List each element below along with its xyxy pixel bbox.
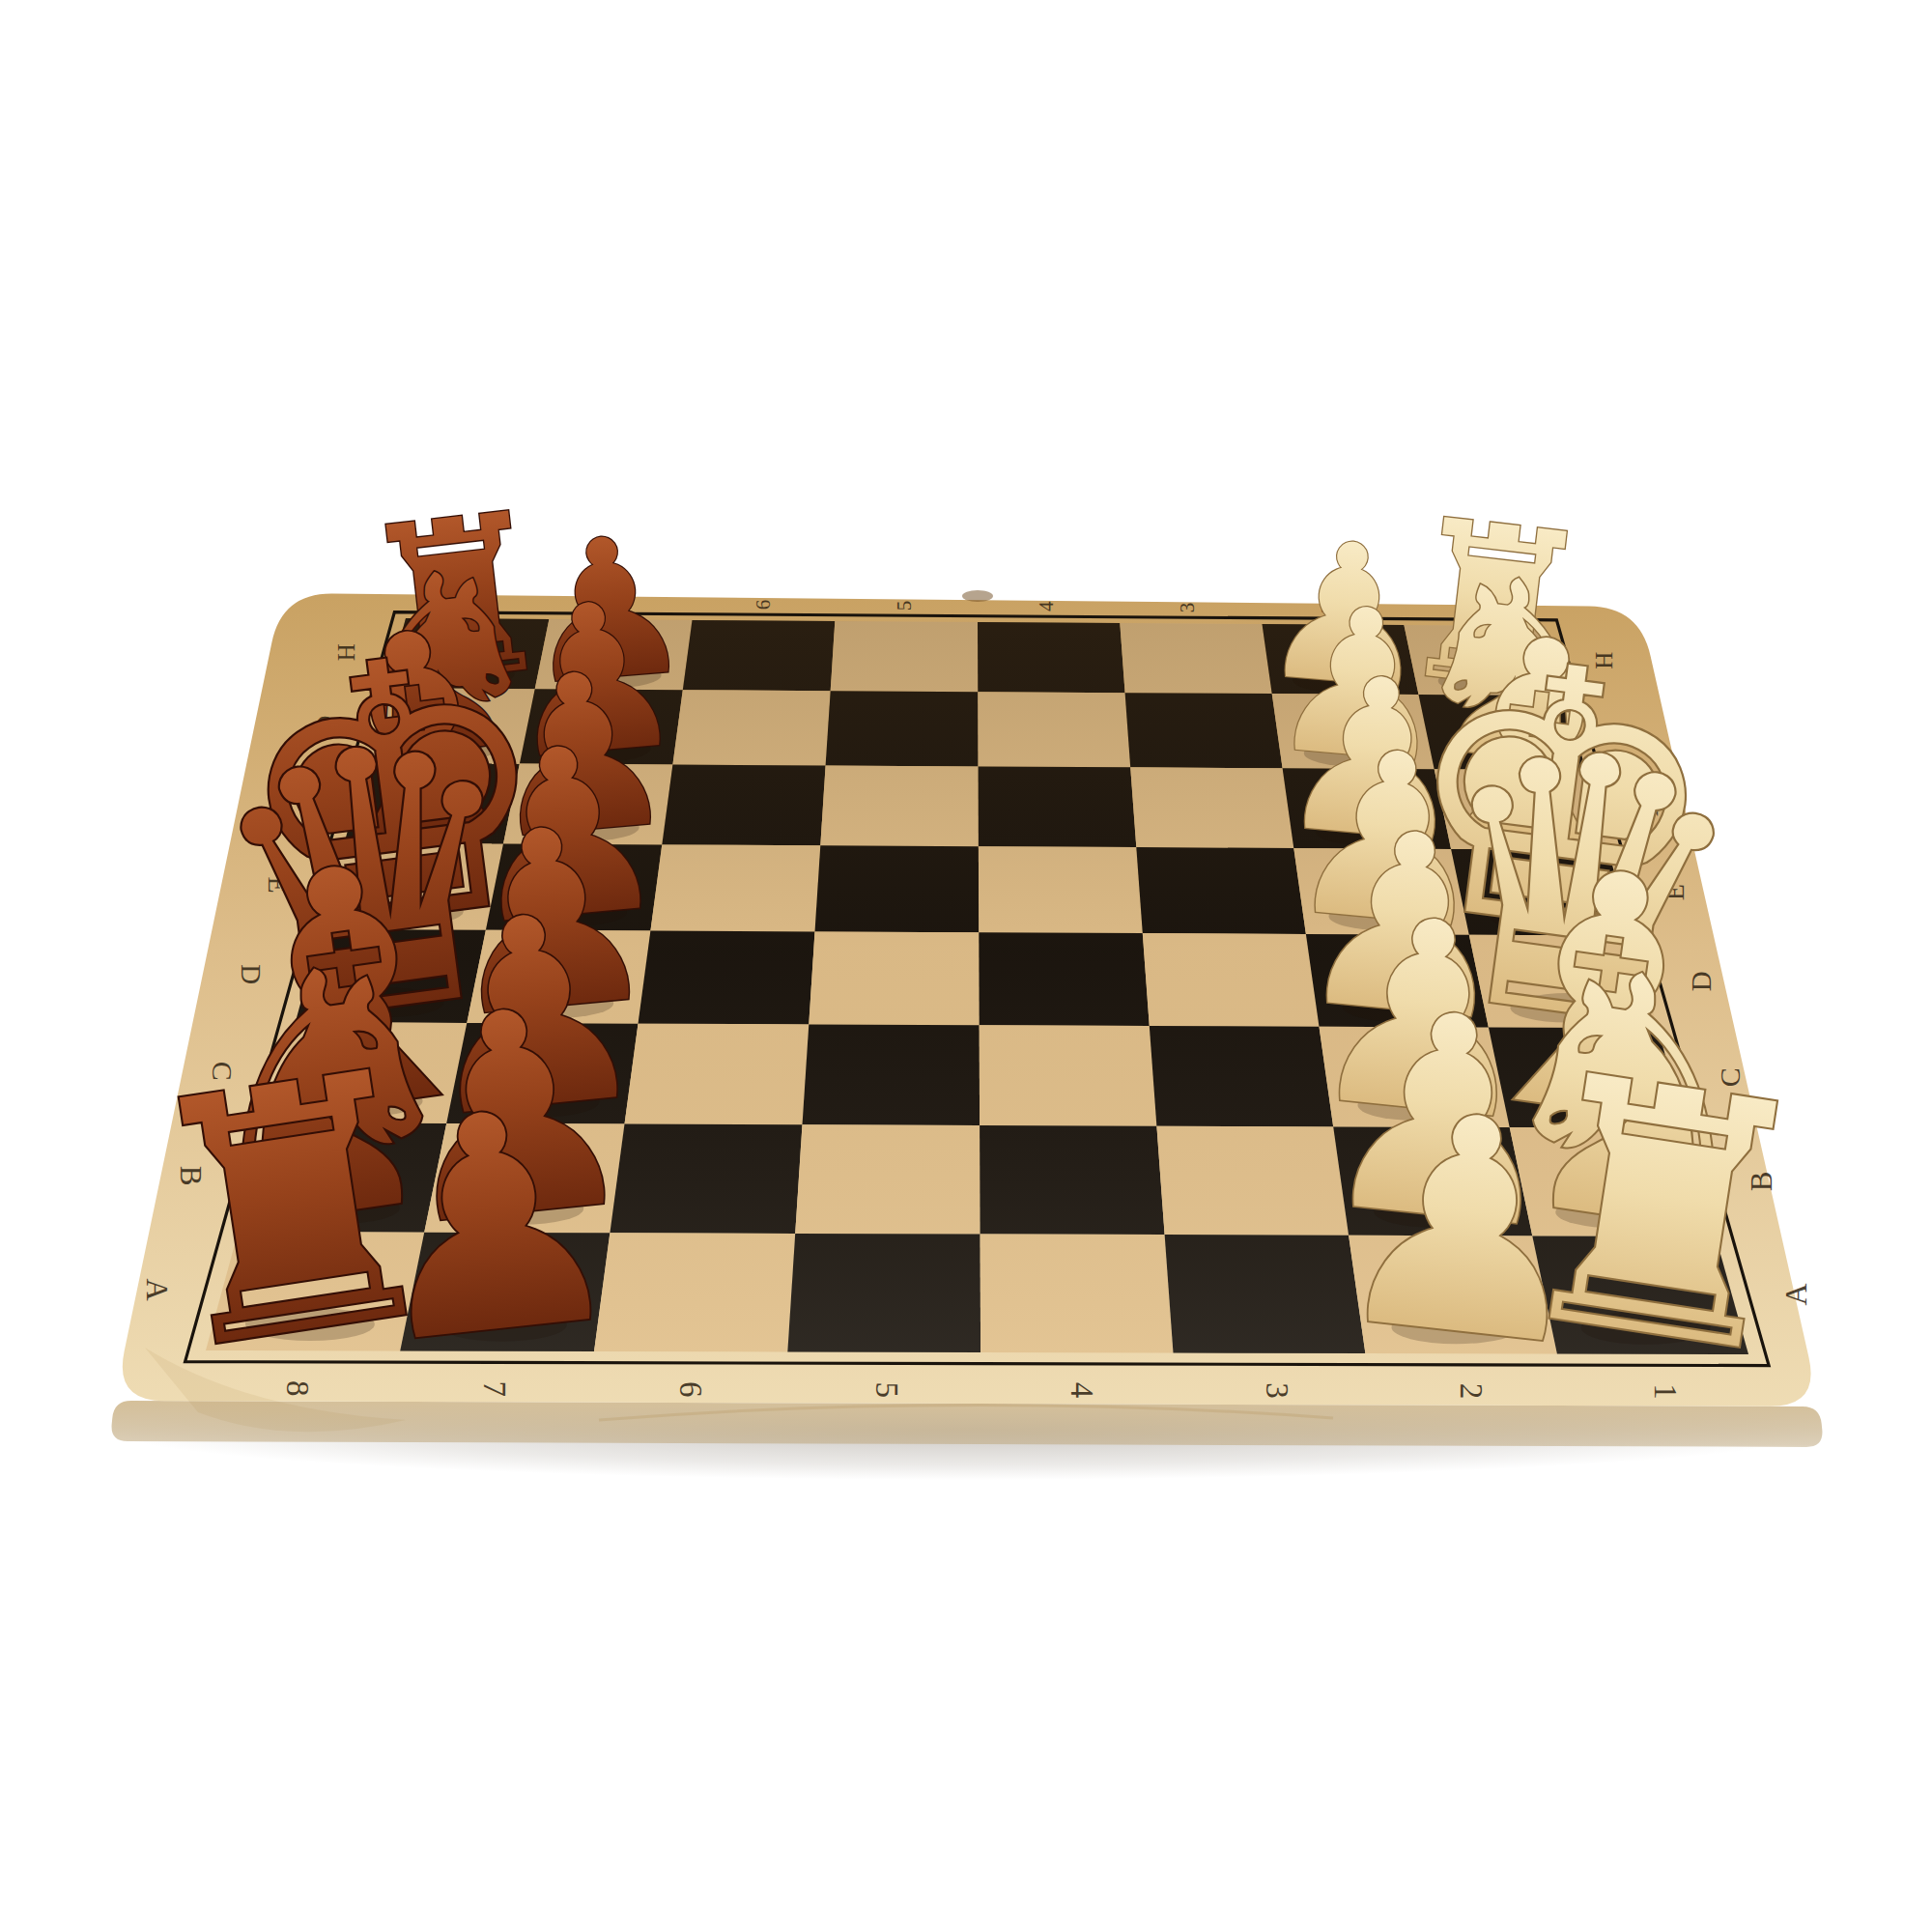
square-b4[interactable] [980, 1125, 1165, 1235]
square-h6[interactable] [683, 620, 836, 691]
rank-label-bottom-4: 4 [1065, 1382, 1099, 1399]
square-a5[interactable] [787, 1234, 980, 1352]
chessboard: HHGGFFEEDDCCBBAA8877665544332211♜♟♟♜♞♟♟♞… [0, 0, 1932, 1932]
square-g4[interactable] [978, 692, 1130, 767]
rank-label-top-3: 3 [1176, 603, 1199, 613]
square-f5[interactable] [820, 766, 979, 847]
square-b5[interactable] [795, 1124, 980, 1234]
square-h3[interactable] [1120, 623, 1271, 694]
rank-label-bottom-3: 3 [1260, 1382, 1294, 1399]
square-e4[interactable] [979, 846, 1143, 933]
rank-label-bottom-5: 5 [869, 1381, 904, 1398]
square-c5[interactable] [803, 1024, 980, 1125]
rank-label-bottom-6: 6 [673, 1381, 708, 1398]
square-c4[interactable] [980, 1025, 1157, 1126]
square-h5[interactable] [831, 621, 979, 692]
square-d5[interactable] [809, 931, 979, 1025]
square-g5[interactable] [826, 691, 979, 766]
square-h4[interactable] [978, 622, 1125, 693]
square-f4[interactable] [979, 766, 1137, 847]
wood-knot-top-edge [962, 590, 993, 602]
square-a4[interactable] [980, 1235, 1174, 1353]
square-d4[interactable] [979, 932, 1150, 1026]
piece-white-rook-a1[interactable]: ♜ [1482, 997, 1842, 1434]
rank-label-top-5: 5 [893, 601, 916, 611]
rank-label-top-4: 4 [1035, 601, 1058, 611]
chess-set-photo: HHGGFFEEDDCCBBAA8877665544332211♜♟♟♜♞♟♟♞… [0, 0, 1932, 1932]
rank-label-top-6: 6 [752, 600, 775, 611]
square-e5[interactable] [815, 845, 980, 932]
piece-black-pawn-a7[interactable]: ♟ [341, 1039, 642, 1410]
